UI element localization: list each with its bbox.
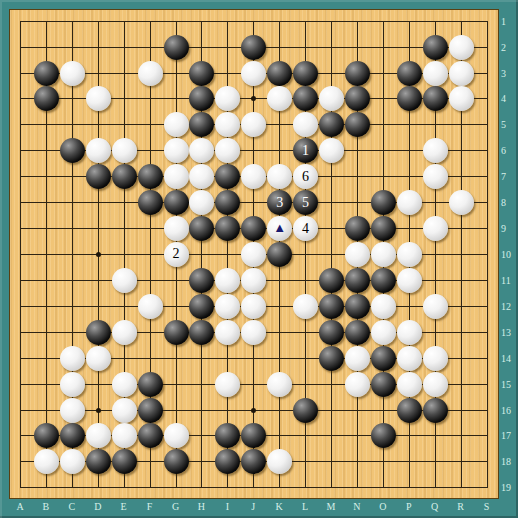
white-stone-R4[interactable]	[449, 86, 474, 111]
black-stone-N13[interactable]	[345, 320, 370, 345]
white-stone-P11[interactable]	[397, 268, 422, 293]
white-stone-C15[interactable]	[60, 372, 85, 397]
white-stone-C3[interactable]	[60, 61, 85, 86]
move-number-2: 2	[173, 247, 180, 261]
move-number-1: 1	[302, 144, 309, 158]
black-stone-Q2[interactable]	[423, 35, 448, 60]
white-stone-P8[interactable]	[397, 190, 422, 215]
white-stone-K15[interactable]	[267, 372, 292, 397]
black-stone-B3[interactable]	[34, 61, 59, 86]
white-stone-G7[interactable]	[164, 164, 189, 189]
white-stone-F12[interactable]	[138, 294, 163, 319]
white-stone-Q3[interactable]	[423, 61, 448, 86]
column-label-E: E	[117, 501, 131, 512]
white-stone-C14[interactable]	[60, 346, 85, 371]
row-label-10: 10	[501, 249, 518, 260]
white-stone-C18[interactable]	[60, 449, 85, 474]
white-stone-N14[interactable]	[345, 346, 370, 371]
black-stone-F15[interactable]	[138, 372, 163, 397]
column-label-J: J	[246, 501, 260, 512]
black-stone-M13[interactable]	[319, 320, 344, 345]
white-stone-E16[interactable]	[112, 398, 137, 423]
white-stone-Q7[interactable]	[423, 164, 448, 189]
black-stone-L16[interactable]	[293, 398, 318, 423]
black-stone-N3[interactable]	[345, 61, 370, 86]
column-label-O: O	[376, 501, 390, 512]
row-label-4: 4	[501, 93, 518, 104]
row-label-3: 3	[501, 68, 518, 79]
row-label-18: 18	[501, 456, 518, 467]
white-stone-O12[interactable]	[371, 294, 396, 319]
black-stone-F17[interactable]	[138, 423, 163, 448]
black-stone-D7[interactable]	[86, 164, 111, 189]
black-stone-D18[interactable]	[86, 449, 111, 474]
white-stone-N15[interactable]	[345, 372, 370, 397]
column-label-M: M	[324, 501, 338, 512]
white-stone-I13[interactable]	[215, 320, 240, 345]
black-stone-O9[interactable]	[371, 216, 396, 241]
column-label-S: S	[480, 501, 494, 512]
column-label-L: L	[298, 501, 312, 512]
black-stone-F16[interactable]	[138, 398, 163, 423]
white-stone-P10[interactable]	[397, 242, 422, 267]
row-label-17: 17	[501, 430, 518, 441]
black-stone-M12[interactable]	[319, 294, 344, 319]
black-stone-G13[interactable]	[164, 320, 189, 345]
move-number-5: 5	[302, 196, 309, 210]
black-stone-J2[interactable]	[241, 35, 266, 60]
column-label-P: P	[402, 501, 416, 512]
black-stone-E18[interactable]	[112, 449, 137, 474]
black-stone-G18[interactable]	[164, 449, 189, 474]
column-label-G: G	[169, 501, 183, 512]
column-label-N: N	[350, 501, 364, 512]
white-stone-G6[interactable]	[164, 138, 189, 163]
white-stone-R3[interactable]	[449, 61, 474, 86]
column-label-F: F	[143, 501, 157, 512]
white-stone-O10[interactable]	[371, 242, 396, 267]
black-stone-D13[interactable]	[86, 320, 111, 345]
column-label-K: K	[272, 501, 286, 512]
grid-line-horizontal	[20, 487, 488, 488]
black-stone-M14[interactable]	[319, 346, 344, 371]
column-label-R: R	[454, 501, 468, 512]
white-stone-E17[interactable]	[112, 423, 137, 448]
row-label-5: 5	[501, 119, 518, 130]
black-stone-H3[interactable]	[189, 61, 214, 86]
white-stone-Q12[interactable]	[423, 294, 448, 319]
white-stone-E6[interactable]	[112, 138, 137, 163]
star-point	[96, 408, 101, 413]
white-stone-G9[interactable]	[164, 216, 189, 241]
row-label-2: 2	[501, 42, 518, 53]
column-label-D: D	[91, 501, 105, 512]
grid-line-vertical	[487, 21, 488, 489]
white-stone-C16[interactable]	[60, 398, 85, 423]
white-stone-E13[interactable]	[112, 320, 137, 345]
white-stone-P15[interactable]	[397, 372, 422, 397]
white-stone-Q9[interactable]	[423, 216, 448, 241]
move-number-4: 4	[302, 222, 309, 236]
black-stone-K10[interactable]	[267, 242, 292, 267]
row-label-9: 9	[501, 223, 518, 234]
black-stone-N9[interactable]	[345, 216, 370, 241]
white-stone-F3[interactable]	[138, 61, 163, 86]
column-label-I: I	[220, 501, 234, 512]
black-stone-N12[interactable]	[345, 294, 370, 319]
black-stone-N11[interactable]	[345, 268, 370, 293]
move-number-6: 6	[302, 170, 309, 184]
white-stone-G10[interactable]: 2	[164, 242, 189, 267]
row-label-13: 13	[501, 327, 518, 338]
black-stone-M11[interactable]	[319, 268, 344, 293]
white-stone-P13[interactable]	[397, 320, 422, 345]
white-stone-D14[interactable]	[86, 346, 111, 371]
white-stone-I15[interactable]	[215, 372, 240, 397]
row-label-12: 12	[501, 301, 518, 312]
white-stone-D17[interactable]	[86, 423, 111, 448]
column-label-Q: Q	[428, 501, 442, 512]
black-stone-O11[interactable]	[371, 268, 396, 293]
row-label-7: 7	[501, 171, 518, 182]
column-label-H: H	[194, 501, 208, 512]
black-stone-Q16[interactable]	[423, 398, 448, 423]
white-stone-P14[interactable]	[397, 346, 422, 371]
black-stone-O8[interactable]	[371, 190, 396, 215]
triangle-marker: ▲	[273, 221, 286, 234]
white-stone-L9[interactable]: 4	[293, 216, 318, 241]
white-stone-R8[interactable]	[449, 190, 474, 215]
white-stone-J3[interactable]	[241, 61, 266, 86]
black-stone-O15[interactable]	[371, 372, 396, 397]
white-stone-J12[interactable]	[241, 294, 266, 319]
row-label-1: 1	[501, 16, 518, 27]
black-stone-G2[interactable]	[164, 35, 189, 60]
white-stone-J13[interactable]	[241, 320, 266, 345]
row-label-19: 19	[501, 482, 518, 493]
star-point	[96, 252, 101, 257]
white-stone-R2[interactable]	[449, 35, 474, 60]
row-label-6: 6	[501, 145, 518, 156]
go-diagram: 1635▲42ABCDEFGHIJKLMNOPQRS12345678910111…	[0, 0, 518, 518]
white-stone-Q15[interactable]	[423, 372, 448, 397]
white-stone-J11[interactable]	[241, 268, 266, 293]
white-stone-O13[interactable]	[371, 320, 396, 345]
black-stone-C6[interactable]	[60, 138, 85, 163]
black-stone-P16[interactable]	[397, 398, 422, 423]
black-stone-F8[interactable]	[138, 190, 163, 215]
column-label-C: C	[65, 501, 79, 512]
black-stone-P3[interactable]	[397, 61, 422, 86]
white-stone-G5[interactable]	[164, 112, 189, 137]
move-number-3: 3	[276, 196, 283, 210]
white-stone-E11[interactable]	[112, 268, 137, 293]
column-label-B: B	[39, 501, 53, 512]
black-stone-G8[interactable]	[164, 190, 189, 215]
row-label-14: 14	[501, 353, 518, 364]
black-stone-O14[interactable]	[371, 346, 396, 371]
black-stone-F7[interactable]	[138, 164, 163, 189]
black-stone-K3[interactable]	[267, 61, 292, 86]
row-label-8: 8	[501, 197, 518, 208]
white-stone-G17[interactable]	[164, 423, 189, 448]
white-stone-L12[interactable]	[293, 294, 318, 319]
white-stone-Q14[interactable]	[423, 346, 448, 371]
column-label-A: A	[13, 501, 27, 512]
white-stone-Q6[interactable]	[423, 138, 448, 163]
row-label-16: 16	[501, 405, 518, 416]
black-stone-E7[interactable]	[112, 164, 137, 189]
row-label-15: 15	[501, 379, 518, 390]
star-point	[251, 408, 256, 413]
white-stone-N10[interactable]	[345, 242, 370, 267]
row-label-11: 11	[501, 275, 518, 286]
black-stone-L3[interactable]	[293, 61, 318, 86]
white-stone-E15[interactable]	[112, 372, 137, 397]
white-stone-D6[interactable]	[86, 138, 111, 163]
